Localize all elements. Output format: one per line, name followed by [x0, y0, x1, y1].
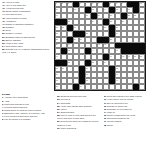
cell-number: 61 [116, 73, 118, 75]
cell-number: 33 [86, 32, 88, 34]
cell-number: 6 [98, 2, 99, 4]
cell-number: 8 [116, 2, 117, 4]
cell-number: 64 [116, 79, 118, 81]
cell-number: 15 [116, 8, 118, 10]
cell-number: 66 [80, 85, 82, 87]
cell-number: 11 [56, 8, 58, 10]
cell-number: 5 [92, 2, 93, 4]
clue-column-left-across: 40. Ants on a trawl41. Able to tuck down… [2, 1, 51, 93]
clue-column-left-down: 1. Airplane-style flight hard?2. Away3. … [2, 96, 51, 148]
cell-number: 54 [104, 61, 106, 63]
cell-number: 37 [80, 38, 82, 40]
cell-number: 13 [92, 8, 94, 10]
cell-number: 29 [74, 26, 76, 28]
cell-number: 32 [56, 32, 58, 34]
cell-number: 22 [134, 14, 136, 16]
cell-number: 23 [68, 20, 70, 22]
grid-cell[interactable] [139, 84, 145, 90]
cell-number: 35 [56, 38, 58, 40]
clue-column-right: 59. Softw who carried a per mask in 2013… [104, 95, 148, 149]
cell-number: 49 [128, 55, 130, 57]
cell-number: 41 [98, 43, 100, 45]
cell-number: 57 [86, 67, 88, 69]
cell-number: 24 [92, 20, 94, 22]
cell-number: 9 [122, 2, 123, 4]
clue-column-left-down-wrap: DOWN 1. Airplane-style flight hard?2. Aw… [2, 92, 51, 148]
cell-number: 50 [134, 55, 136, 57]
cell-number: 25 [110, 20, 112, 22]
cell-number: 45 [116, 49, 118, 51]
crossword-grid[interactable]: 1234567891011121314151617181920212223242… [54, 1, 146, 91]
cell-number: 44 [92, 49, 94, 51]
cell-number: 47 [110, 55, 112, 57]
cell-number: 14 [104, 8, 106, 10]
cell-number: 59 [56, 73, 58, 75]
cell-number: 51 [140, 55, 142, 57]
clue-item: 55. Torpedo of NASA's fabulist Watchmake… [2, 48, 51, 54]
cell-number: 20 [110, 14, 112, 16]
cell-number: 4 [80, 2, 81, 4]
clue-item: 8. Like the beans of a custard? [2, 118, 51, 121]
cell-number: 17 [56, 14, 58, 16]
cell-number: 65 [56, 85, 58, 87]
cell-number: 60 [86, 73, 88, 75]
cell-number: 62 [56, 79, 58, 81]
cell-number: 10 [140, 2, 142, 4]
cell-number: 19 [98, 14, 100, 16]
cell-number: 2 [62, 2, 63, 4]
cell-number: 34 [116, 32, 118, 34]
cell-number: 21 [128, 14, 130, 16]
clue-item: 60. Woolf-underwear [57, 127, 100, 130]
cell-number: 56 [62, 67, 64, 69]
clue-column-middle: 52. Oct/Decd-ing result hor tass53. Mill… [57, 95, 100, 149]
cell-number: 3 [68, 2, 69, 4]
cell-number: 39 [56, 43, 58, 45]
cell-number: 1 [56, 2, 57, 4]
cell-number: 7 [110, 2, 111, 4]
crossword-page: 40. Ants on a trawl41. Able to tuck down… [0, 0, 150, 150]
cell-number: 58 [116, 67, 118, 69]
cell-number: 31 [116, 26, 118, 28]
cell-number: 26 [122, 20, 124, 22]
clue-item: 68. Skillful [104, 124, 148, 127]
cell-number: 46 [56, 55, 58, 57]
cell-number: 40 [68, 43, 70, 45]
cell-number: 42 [104, 43, 106, 45]
cell-number: 16 [128, 8, 130, 10]
cell-number: 27 [56, 26, 58, 28]
cell-number: 43 [68, 49, 70, 51]
cell-number: 38 [110, 38, 112, 40]
cell-number: 48 [122, 55, 124, 57]
cell-number: 36 [74, 38, 76, 40]
cell-number: 18 [86, 14, 88, 16]
cell-number: 52 [68, 61, 70, 63]
cell-number: 28 [62, 26, 64, 28]
cell-number: 63 [86, 79, 88, 81]
cell-number: 53 [92, 61, 94, 63]
cell-number: 30 [104, 26, 106, 28]
cell-number: 55 [56, 67, 58, 69]
cell-number: 12 [74, 8, 76, 10]
